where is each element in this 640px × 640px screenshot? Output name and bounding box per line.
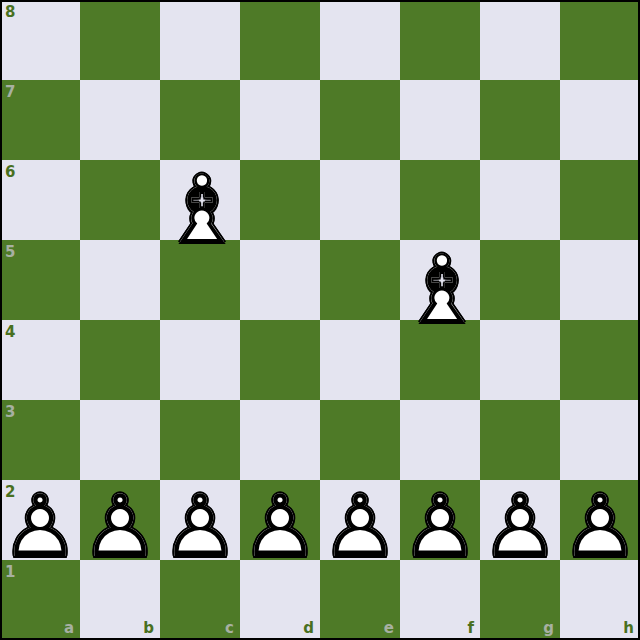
square-f3[interactable] (400, 400, 480, 480)
square-d1[interactable]: d (240, 560, 320, 640)
piece-white-pawn[interactable]: ♟♙ (480, 480, 560, 560)
white-pawn-glyph-fill: ♟ (481, 483, 558, 569)
piece-white-pawn[interactable]: ♟♙ (160, 480, 240, 560)
square-h5[interactable] (560, 240, 640, 320)
rank-label-3: 3 (5, 405, 15, 420)
square-d3[interactable] (240, 400, 320, 480)
square-e7[interactable] (320, 80, 400, 160)
square-d4[interactable] (240, 320, 320, 400)
square-a7[interactable]: 7 (0, 80, 80, 160)
square-a6[interactable]: 6 (0, 160, 80, 240)
square-b3[interactable] (80, 400, 160, 480)
square-f4[interactable] (400, 320, 480, 400)
square-f5[interactable]: ♝♗ (400, 240, 480, 320)
square-f2[interactable]: ♟♙ (400, 480, 480, 560)
square-h8[interactable] (560, 0, 640, 80)
square-c4[interactable] (160, 320, 240, 400)
square-c5[interactable] (160, 240, 240, 320)
square-g3[interactable] (480, 400, 560, 480)
square-a3[interactable]: 3 (0, 400, 80, 480)
square-h6[interactable] (560, 160, 640, 240)
square-b4[interactable] (80, 320, 160, 400)
square-b7[interactable] (80, 80, 160, 160)
square-e8[interactable] (320, 0, 400, 80)
square-f1[interactable]: f (400, 560, 480, 640)
piece-white-pawn[interactable]: ♟♙ (320, 480, 400, 560)
piece-white-bishop[interactable]: ♝♗ (160, 160, 240, 240)
white-pawn-glyph-fill: ♟ (401, 483, 478, 569)
white-pawn-glyph-fill: ♟ (561, 483, 638, 569)
file-label-a: a (64, 621, 74, 636)
square-b6[interactable] (80, 160, 160, 240)
square-d2[interactable]: ♟♙ (240, 480, 320, 560)
white-pawn-glyph-outline: ♙ (561, 483, 638, 569)
piece-white-bishop[interactable]: ♝♗ (400, 240, 480, 320)
square-f6[interactable] (400, 160, 480, 240)
square-e4[interactable] (320, 320, 400, 400)
square-e2[interactable]: ♟♙ (320, 480, 400, 560)
file-label-b: b (143, 621, 154, 636)
rank-label-4: 4 (5, 325, 15, 340)
square-c2[interactable]: ♟♙ (160, 480, 240, 560)
square-e6[interactable] (320, 160, 400, 240)
square-b1[interactable]: b (80, 560, 160, 640)
file-label-c: c (225, 621, 234, 636)
rank-label-8: 8 (5, 5, 15, 20)
white-pawn-glyph-outline: ♙ (161, 483, 238, 569)
square-b2[interactable]: ♟♙ (80, 480, 160, 560)
square-h1[interactable]: h (560, 560, 640, 640)
square-e5[interactable] (320, 240, 400, 320)
square-c3[interactable] (160, 400, 240, 480)
piece-white-pawn[interactable]: ♟♙ (80, 480, 160, 560)
square-b8[interactable] (80, 0, 160, 80)
rank-label-5: 5 (5, 245, 15, 260)
square-h7[interactable] (560, 80, 640, 160)
square-g2[interactable]: ♟♙ (480, 480, 560, 560)
square-c1[interactable]: c (160, 560, 240, 640)
file-label-h: h (623, 621, 634, 636)
file-label-f: f (467, 621, 474, 636)
white-pawn-glyph-outline: ♙ (321, 483, 398, 569)
rank-label-7: 7 (5, 85, 15, 100)
square-d8[interactable] (240, 0, 320, 80)
white-pawn-glyph-fill: ♟ (161, 483, 238, 569)
square-h3[interactable] (560, 400, 640, 480)
square-e1[interactable]: e (320, 560, 400, 640)
white-pawn-glyph-outline: ♙ (1, 483, 78, 569)
square-a8[interactable]: 8 (0, 0, 80, 80)
square-g1[interactable]: g (480, 560, 560, 640)
piece-white-pawn[interactable]: ♟♙ (0, 480, 80, 560)
piece-white-pawn[interactable]: ♟♙ (560, 480, 640, 560)
square-g5[interactable] (480, 240, 560, 320)
square-h2[interactable]: ♟♙ (560, 480, 640, 560)
chess-board: 876♝♗5♝♗432♟♙♟♙♟♙♟♙♟♙♟♙♟♙♟♙1abcdefgh (0, 0, 640, 640)
square-c8[interactable] (160, 0, 240, 80)
rank-label-6: 6 (5, 165, 15, 180)
white-pawn-glyph-fill: ♟ (321, 483, 398, 569)
square-e3[interactable] (320, 400, 400, 480)
square-g4[interactable] (480, 320, 560, 400)
square-c6[interactable]: ♝♗ (160, 160, 240, 240)
square-f7[interactable] (400, 80, 480, 160)
square-b5[interactable] (80, 240, 160, 320)
white-pawn-glyph-outline: ♙ (481, 483, 558, 569)
square-a2[interactable]: 2♟♙ (0, 480, 80, 560)
rank-label-1: 1 (5, 565, 15, 580)
white-pawn-glyph-outline: ♙ (241, 483, 318, 569)
file-label-g: g (543, 621, 554, 636)
piece-white-pawn[interactable]: ♟♙ (240, 480, 320, 560)
square-a5[interactable]: 5 (0, 240, 80, 320)
square-g7[interactable] (480, 80, 560, 160)
square-d6[interactable] (240, 160, 320, 240)
white-pawn-glyph-fill: ♟ (81, 483, 158, 569)
file-label-e: e (384, 621, 394, 636)
square-a1[interactable]: 1a (0, 560, 80, 640)
file-label-d: d (303, 621, 314, 636)
square-f8[interactable] (400, 0, 480, 80)
piece-white-pawn[interactable]: ♟♙ (400, 480, 480, 560)
white-pawn-glyph-outline: ♙ (81, 483, 158, 569)
square-c7[interactable] (160, 80, 240, 160)
square-h4[interactable] (560, 320, 640, 400)
white-pawn-glyph-outline: ♙ (401, 483, 478, 569)
square-a4[interactable]: 4 (0, 320, 80, 400)
square-d7[interactable] (240, 80, 320, 160)
white-pawn-glyph-fill: ♟ (1, 483, 78, 569)
square-g8[interactable] (480, 0, 560, 80)
square-d5[interactable] (240, 240, 320, 320)
square-g6[interactable] (480, 160, 560, 240)
white-pawn-glyph-fill: ♟ (241, 483, 318, 569)
